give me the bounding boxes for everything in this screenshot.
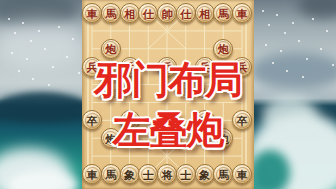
piece-character: 車 [237, 169, 248, 180]
piece-black-r9c5[interactable]: 士 [176, 164, 196, 184]
title-overlay-line2: 左叠炮 [70, 108, 266, 152]
sparkle-glitter-left [8, 18, 10, 20]
sparkle-glitter-right [262, 10, 264, 12]
piece-character: 士 [143, 169, 154, 180]
piece-black-r9c1[interactable]: 馬 [101, 164, 121, 184]
piece-character: 士 [180, 169, 191, 180]
piece-character: 車 [87, 169, 98, 180]
title-overlay-line1: 邪门布局 [70, 58, 266, 102]
piece-black-r9c8[interactable]: 車 [232, 164, 252, 184]
piece-character: 馬 [105, 8, 116, 19]
piece-character: 馬 [218, 169, 229, 180]
piece-character: 炮 [218, 44, 229, 55]
piece-red-r0c6[interactable]: 相 [195, 3, 215, 23]
piece-character: 仕 [143, 8, 154, 19]
video-thumbnail: 楚河 漢界 車馬相仕帥仕相馬車炮炮兵兵兵兵兵卒卒卒卒卒炮炮車馬象士将士象馬車 邪… [0, 0, 336, 189]
piece-character: 帥 [162, 8, 173, 19]
teal-water-right [250, 150, 290, 189]
piece-red-r2c7[interactable]: 炮 [213, 39, 233, 59]
piece-red-r0c2[interactable]: 相 [120, 3, 140, 23]
piece-character: 相 [124, 8, 135, 19]
piece-character: 炮 [105, 44, 116, 55]
piece-red-r0c8[interactable]: 車 [232, 3, 252, 23]
piece-character: 象 [199, 169, 210, 180]
piece-black-r9c2[interactable]: 象 [120, 164, 140, 184]
piece-character: 馬 [105, 169, 116, 180]
piece-character: 車 [237, 8, 248, 19]
piece-black-r9c0[interactable]: 車 [82, 164, 102, 184]
piece-black-r9c6[interactable]: 象 [195, 164, 215, 184]
piece-character: 仕 [180, 8, 191, 19]
piece-red-r2c1[interactable]: 炮 [101, 39, 121, 59]
piece-red-r0c1[interactable]: 馬 [101, 3, 121, 23]
piece-character: 象 [124, 169, 135, 180]
piece-character: 相 [199, 8, 210, 19]
wave-splash-right-2 [262, 96, 317, 136]
piece-black-r9c4[interactable]: 将 [157, 164, 177, 184]
piece-character: 車 [87, 8, 98, 19]
piece-red-r0c5[interactable]: 仕 [176, 3, 196, 23]
piece-character: 将 [162, 169, 173, 180]
piece-red-r0c0[interactable]: 車 [82, 3, 102, 23]
piece-red-r0c4[interactable]: 帥 [157, 3, 177, 23]
piece-character: 馬 [218, 8, 229, 19]
